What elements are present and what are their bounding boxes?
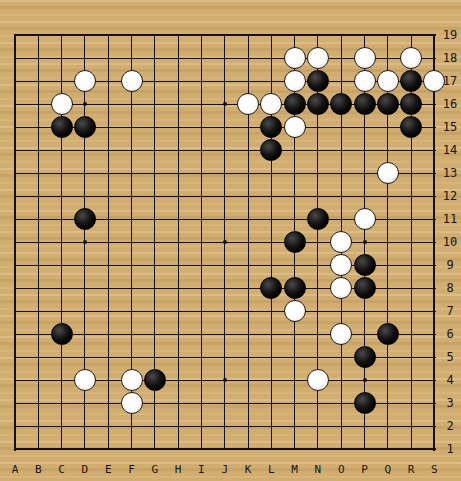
grid-line-horizontal	[14, 311, 436, 312]
white-stone-N18[interactable]	[307, 47, 329, 69]
row-label-13: 13	[443, 166, 457, 180]
go-game-screen: ABCDEFGHIJKLMNOPQRS123456789101112131415…	[0, 0, 461, 481]
col-label-J: J	[221, 463, 228, 476]
white-stone-F17[interactable]	[121, 70, 143, 92]
star-point-D10	[83, 240, 87, 244]
grid-line-vertical	[108, 35, 109, 450]
row-label-4: 4	[446, 373, 453, 387]
black-stone-D15[interactable]	[74, 116, 96, 138]
white-stone-M17[interactable]	[284, 70, 306, 92]
col-label-E: E	[105, 463, 112, 476]
col-label-Q: Q	[384, 463, 391, 476]
white-stone-O9[interactable]	[330, 254, 352, 276]
white-stone-M15[interactable]	[284, 116, 306, 138]
col-label-G: G	[151, 463, 158, 476]
star-point-P4	[363, 378, 367, 382]
white-stone-D4[interactable]	[74, 369, 96, 391]
row-label-19: 19	[443, 28, 457, 42]
white-stone-O6[interactable]	[330, 323, 352, 345]
white-stone-F4[interactable]	[121, 369, 143, 391]
row-label-9: 9	[446, 258, 453, 272]
white-stone-D17[interactable]	[74, 70, 96, 92]
black-stone-L15[interactable]	[260, 116, 282, 138]
white-stone-P17[interactable]	[354, 70, 376, 92]
star-point-J16	[223, 102, 227, 106]
star-point-J4	[223, 378, 227, 382]
white-stone-K16[interactable]	[237, 93, 259, 115]
black-stone-D11[interactable]	[74, 208, 96, 230]
white-stone-M7[interactable]	[284, 300, 306, 322]
row-label-16: 16	[443, 97, 457, 111]
star-point-D16	[83, 102, 87, 106]
col-label-R: R	[408, 463, 415, 476]
row-label-8: 8	[446, 281, 453, 295]
white-stone-C16[interactable]	[51, 93, 73, 115]
black-stone-N17[interactable]	[307, 70, 329, 92]
grid-line-horizontal	[14, 426, 436, 427]
col-label-L: L	[268, 463, 275, 476]
black-stone-P5[interactable]	[354, 346, 376, 368]
black-stone-P9[interactable]	[354, 254, 376, 276]
star-point-J10	[223, 240, 227, 244]
col-label-D: D	[82, 463, 89, 476]
white-stone-P11[interactable]	[354, 208, 376, 230]
black-stone-M10[interactable]	[284, 231, 306, 253]
black-stone-G4[interactable]	[144, 369, 166, 391]
black-stone-Q6[interactable]	[377, 323, 399, 345]
black-stone-P3[interactable]	[354, 392, 376, 414]
row-label-6: 6	[446, 327, 453, 341]
black-stone-C6[interactable]	[51, 323, 73, 345]
row-label-10: 10	[443, 235, 457, 249]
row-label-7: 7	[446, 304, 453, 318]
row-label-2: 2	[446, 419, 453, 433]
row-label-5: 5	[446, 350, 453, 364]
grid-line-vertical	[14, 35, 16, 451]
row-label-14: 14	[443, 143, 457, 157]
col-label-B: B	[35, 463, 42, 476]
white-stone-M18[interactable]	[284, 47, 306, 69]
col-label-N: N	[315, 463, 322, 476]
white-stone-O8[interactable]	[330, 277, 352, 299]
black-stone-L14[interactable]	[260, 139, 282, 161]
black-stone-R16[interactable]	[400, 93, 422, 115]
white-stone-R18[interactable]	[400, 47, 422, 69]
col-label-O: O	[338, 463, 345, 476]
white-stone-L16[interactable]	[260, 93, 282, 115]
grid-line-vertical	[433, 35, 435, 451]
row-label-11: 11	[443, 212, 457, 226]
white-stone-F3[interactable]	[121, 392, 143, 414]
grid-line-horizontal	[14, 448, 436, 450]
col-label-H: H	[175, 463, 182, 476]
col-label-S: S	[431, 463, 438, 476]
row-label-1: 1	[446, 442, 453, 456]
row-label-18: 18	[443, 51, 457, 65]
grid-line-vertical	[201, 35, 202, 450]
col-label-I: I	[198, 463, 205, 476]
col-label-P: P	[361, 463, 368, 476]
white-stone-Q13[interactable]	[377, 162, 399, 184]
white-stone-P18[interactable]	[354, 47, 376, 69]
black-stone-O16[interactable]	[330, 93, 352, 115]
row-label-12: 12	[443, 189, 457, 203]
black-stone-N11[interactable]	[307, 208, 329, 230]
black-stone-C15[interactable]	[51, 116, 73, 138]
col-label-M: M	[291, 463, 298, 476]
row-label-17: 17	[443, 74, 457, 88]
black-stone-L8[interactable]	[260, 277, 282, 299]
col-label-C: C	[58, 463, 65, 476]
go-board[interactable]: ABCDEFGHIJKLMNOPQRS123456789101112131415…	[0, 0, 461, 481]
black-stone-N16[interactable]	[307, 93, 329, 115]
black-stone-M16[interactable]	[284, 93, 306, 115]
grid-line-vertical	[38, 35, 39, 450]
col-label-F: F	[128, 463, 135, 476]
white-stone-Q17[interactable]	[377, 70, 399, 92]
black-stone-M8[interactable]	[284, 277, 306, 299]
grid-line-vertical	[178, 35, 179, 450]
col-label-A: A	[12, 463, 19, 476]
row-label-15: 15	[443, 120, 457, 134]
star-point-P10	[363, 240, 367, 244]
grid-line-horizontal	[14, 334, 436, 335]
black-stone-R17[interactable]	[400, 70, 422, 92]
black-stone-P8[interactable]	[354, 277, 376, 299]
row-label-3: 3	[446, 396, 453, 410]
white-stone-O10[interactable]	[330, 231, 352, 253]
white-stone-N4[interactable]	[307, 369, 329, 391]
black-stone-R15[interactable]	[400, 116, 422, 138]
black-stone-P16[interactable]	[354, 93, 376, 115]
black-stone-Q16[interactable]	[377, 93, 399, 115]
col-label-K: K	[245, 463, 252, 476]
